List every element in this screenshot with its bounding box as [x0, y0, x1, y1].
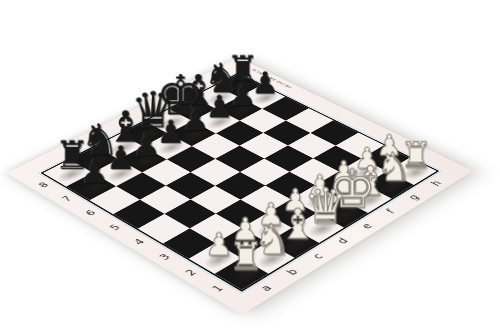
- square-c4: [190, 186, 240, 214]
- vinyl-mat: ♜♞♝♛♚♝♞♜♟♟♟♟♟♟♟♟♟♟♟♟♟♟♟♟♜♞♝♛♚♝♞♜ abcdefg…: [6, 57, 473, 314]
- white-rook: ♜: [227, 238, 265, 276]
- chess-set-photo: ♜♞♝♛♚♝♞♜♟♟♟♟♟♟♟♟♟♟♟♟♟♟♟♟♜♞♝♛♚♝♞♜ abcdefg…: [0, 0, 500, 336]
- black-pawn: ♟: [77, 155, 112, 188]
- chessboard: ♜♞♝♛♚♝♞♜♟♟♟♟♟♟♟♟♟♟♟♟♟♟♟♟♜♞♝♛♚♝♞♜ abcdefg…: [6, 57, 473, 314]
- board-grid: ♜♞♝♛♚♝♞♜♟♟♟♟♟♟♟♟♟♟♟♟♟♟♟♟♜♞♝♛♚♝♞♜: [43, 74, 436, 290]
